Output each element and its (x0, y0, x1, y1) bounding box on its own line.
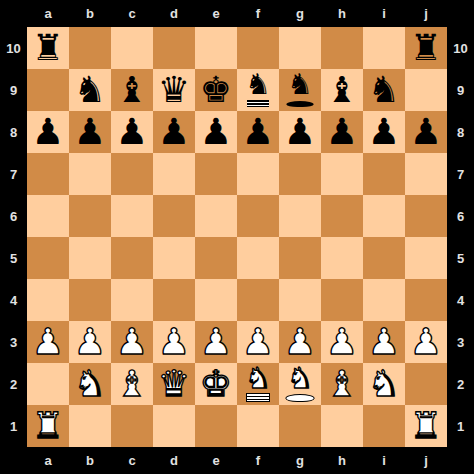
square-b10[interactable] (69, 27, 111, 69)
piece-white-pawn-e3[interactable]: ♟ (195, 321, 237, 363)
square-d5[interactable] (153, 237, 195, 279)
piece-black-cardinal-g9[interactable]: ♞ (279, 69, 321, 111)
file-label-i: i (363, 447, 405, 474)
marshal-glyph: ♞ (245, 70, 271, 99)
square-c8[interactable]: ♟ (111, 111, 153, 153)
square-f6[interactable] (237, 195, 279, 237)
file-label-j: j (405, 447, 447, 474)
square-i5[interactable] (363, 237, 405, 279)
square-a3[interactable]: ♟ (27, 321, 69, 363)
piece-black-knight-i9[interactable]: ♞ (363, 69, 405, 111)
square-g6[interactable] (279, 195, 321, 237)
rank-label-2: 2 (447, 363, 474, 405)
square-f3[interactable]: ♟ (237, 321, 279, 363)
square-g1[interactable] (279, 405, 321, 447)
square-g4[interactable] (279, 279, 321, 321)
square-d7[interactable] (153, 153, 195, 195)
pawn-glyph: ♟ (158, 111, 190, 153)
piece-black-knight-b9[interactable]: ♞ (69, 69, 111, 111)
king-glyph: ♚ (200, 69, 232, 111)
cardinal-glyph: ♞ (287, 364, 313, 393)
piece-black-pawn-d8[interactable]: ♟ (153, 111, 195, 153)
pawn-glyph: ♟ (242, 111, 274, 153)
square-j4[interactable] (405, 279, 447, 321)
square-j3[interactable]: ♟ (405, 321, 447, 363)
pawn-glyph: ♟ (116, 111, 148, 153)
square-b6[interactable] (69, 195, 111, 237)
square-c10[interactable] (111, 27, 153, 69)
pawn-glyph: ♟ (74, 111, 106, 153)
square-j10[interactable]: ♜ (405, 27, 447, 69)
file-label-c: c (111, 0, 153, 27)
piece-black-rook-j10[interactable]: ♜ (405, 27, 447, 69)
file-label-d: d (153, 447, 195, 474)
piece-white-bishop-h2[interactable]: ♝ (321, 363, 363, 405)
chessboard-frame: abcdefghij abcdefghij 10987654321 109876… (0, 0, 474, 474)
king-glyph: ♚ (200, 363, 232, 405)
square-e10[interactable] (195, 27, 237, 69)
square-f5[interactable] (237, 237, 279, 279)
piece-black-pawn-f8[interactable]: ♟ (237, 111, 279, 153)
piece-black-pawn-h8[interactable]: ♟ (321, 111, 363, 153)
square-j2[interactable] (405, 363, 447, 405)
rank-label-4: 4 (0, 279, 27, 321)
square-a6[interactable] (27, 195, 69, 237)
square-c2[interactable]: ♝ (111, 363, 153, 405)
square-h6[interactable] (321, 195, 363, 237)
square-d9[interactable]: ♛ (153, 69, 195, 111)
pawn-glyph: ♟ (116, 321, 148, 363)
file-label-f: f (237, 0, 279, 27)
piece-white-pawn-g3[interactable]: ♟ (279, 321, 321, 363)
square-d2[interactable]: ♛ (153, 363, 195, 405)
file-label-b: b (69, 0, 111, 27)
square-c4[interactable] (111, 279, 153, 321)
square-a4[interactable] (27, 279, 69, 321)
piece-white-knight-b2[interactable]: ♞ (69, 363, 111, 405)
square-f8[interactable]: ♟ (237, 111, 279, 153)
piece-black-bishop-h9[interactable]: ♝ (321, 69, 363, 111)
rank-label-6: 6 (447, 195, 474, 237)
rank-label-8: 8 (0, 111, 27, 153)
piece-black-marshal-f9[interactable]: ♞ (237, 69, 279, 111)
piece-black-bishop-c9[interactable]: ♝ (111, 69, 153, 111)
rook-glyph: ♜ (32, 27, 64, 69)
square-h3[interactable]: ♟ (321, 321, 363, 363)
rank-label-1: 1 (447, 405, 474, 447)
square-g2[interactable]: ♞ (279, 363, 321, 405)
square-e5[interactable] (195, 237, 237, 279)
square-e2[interactable]: ♚ (195, 363, 237, 405)
piece-black-king-e9[interactable]: ♚ (195, 69, 237, 111)
square-c7[interactable] (111, 153, 153, 195)
piece-white-cardinal-g2[interactable]: ♞ (279, 363, 321, 405)
rook-glyph: ♜ (32, 405, 64, 447)
file-labels-top: abcdefghij (27, 0, 447, 27)
square-c6[interactable] (111, 195, 153, 237)
square-a8[interactable]: ♟ (27, 111, 69, 153)
square-b8[interactable]: ♟ (69, 111, 111, 153)
square-f9[interactable]: ♞ (237, 69, 279, 111)
piece-white-king-e2[interactable]: ♚ (195, 363, 237, 405)
square-h1[interactable] (321, 405, 363, 447)
rank-label-10: 10 (447, 27, 474, 69)
square-j5[interactable] (405, 237, 447, 279)
square-c9[interactable]: ♝ (111, 69, 153, 111)
cardinal-base (287, 101, 314, 107)
piece-black-pawn-c8[interactable]: ♟ (111, 111, 153, 153)
piece-white-pawn-a3[interactable]: ♟ (27, 321, 69, 363)
queen-glyph: ♛ (158, 363, 190, 405)
square-e7[interactable] (195, 153, 237, 195)
square-b5[interactable] (69, 237, 111, 279)
square-i9[interactable]: ♞ (363, 69, 405, 111)
rank-label-1: 1 (0, 405, 27, 447)
piece-black-pawn-a8[interactable]: ♟ (27, 111, 69, 153)
piece-white-rook-a1[interactable]: ♜ (27, 405, 69, 447)
square-i1[interactable] (363, 405, 405, 447)
square-a10[interactable]: ♜ (27, 27, 69, 69)
bishop-glyph: ♝ (116, 69, 148, 111)
square-e3[interactable]: ♟ (195, 321, 237, 363)
piece-white-pawn-b3[interactable]: ♟ (69, 321, 111, 363)
square-d8[interactable]: ♟ (153, 111, 195, 153)
square-g10[interactable] (279, 27, 321, 69)
pawn-glyph: ♟ (368, 321, 400, 363)
pawn-glyph: ♟ (200, 111, 232, 153)
file-label-h: h (321, 447, 363, 474)
file-label-c: c (111, 447, 153, 474)
rank-label-4: 4 (447, 279, 474, 321)
piece-black-pawn-i8[interactable]: ♟ (363, 111, 405, 153)
marshal-base (247, 394, 269, 401)
square-b9[interactable]: ♞ (69, 69, 111, 111)
square-g9[interactable]: ♞ (279, 69, 321, 111)
square-j6[interactable] (405, 195, 447, 237)
rank-label-6: 6 (0, 195, 27, 237)
file-label-e: e (195, 447, 237, 474)
pawn-glyph: ♟ (326, 321, 358, 363)
rank-label-9: 9 (447, 69, 474, 111)
piece-black-pawn-e8[interactable]: ♟ (195, 111, 237, 153)
square-f7[interactable] (237, 153, 279, 195)
square-j8[interactable]: ♟ (405, 111, 447, 153)
square-b4[interactable] (69, 279, 111, 321)
square-e9[interactable]: ♚ (195, 69, 237, 111)
square-a2[interactable] (27, 363, 69, 405)
square-b7[interactable] (69, 153, 111, 195)
rank-labels-left: 10987654321 (0, 27, 27, 447)
board-grid: ♜♜♞♝♛♚♞♞♝♞♟♟♟♟♟♟♟♟♟♟♟♟♟♟♟♟♟♟♟♟♞♝♛♚♞♞♝♞♜♜ (27, 27, 447, 447)
square-d1[interactable] (153, 405, 195, 447)
piece-black-queen-d9[interactable]: ♛ (153, 69, 195, 111)
file-label-a: a (27, 0, 69, 27)
square-h5[interactable] (321, 237, 363, 279)
square-g3[interactable]: ♟ (279, 321, 321, 363)
square-g7[interactable] (279, 153, 321, 195)
cardinal-base (287, 395, 314, 401)
piece-white-pawn-c3[interactable]: ♟ (111, 321, 153, 363)
pawn-glyph: ♟ (284, 111, 316, 153)
square-d4[interactable] (153, 279, 195, 321)
pawn-glyph: ♟ (326, 111, 358, 153)
pawn-glyph: ♟ (74, 321, 106, 363)
pawn-glyph: ♟ (32, 321, 64, 363)
square-b3[interactable]: ♟ (69, 321, 111, 363)
square-e8[interactable]: ♟ (195, 111, 237, 153)
square-i7[interactable] (363, 153, 405, 195)
square-j1[interactable]: ♜ (405, 405, 447, 447)
file-label-j: j (405, 0, 447, 27)
square-i3[interactable]: ♟ (363, 321, 405, 363)
pawn-glyph: ♟ (158, 321, 190, 363)
square-h9[interactable]: ♝ (321, 69, 363, 111)
pawn-glyph: ♟ (410, 111, 442, 153)
knight-glyph: ♞ (368, 69, 400, 111)
square-f1[interactable] (237, 405, 279, 447)
rank-label-8: 8 (447, 111, 474, 153)
square-b1[interactable] (69, 405, 111, 447)
square-i4[interactable] (363, 279, 405, 321)
square-d6[interactable] (153, 195, 195, 237)
knight-glyph: ♞ (74, 363, 106, 405)
square-g5[interactable] (279, 237, 321, 279)
square-e4[interactable] (195, 279, 237, 321)
square-c3[interactable]: ♟ (111, 321, 153, 363)
queen-glyph: ♛ (158, 69, 190, 111)
cardinal-glyph: ♞ (287, 70, 313, 99)
square-f10[interactable] (237, 27, 279, 69)
square-j9[interactable] (405, 69, 447, 111)
pawn-glyph: ♟ (410, 321, 442, 363)
piece-white-pawn-h3[interactable]: ♟ (321, 321, 363, 363)
piece-white-bishop-c2[interactable]: ♝ (111, 363, 153, 405)
rank-label-2: 2 (0, 363, 27, 405)
pawn-glyph: ♟ (32, 111, 64, 153)
pawn-glyph: ♟ (200, 321, 232, 363)
rank-label-3: 3 (0, 321, 27, 363)
rank-label-7: 7 (447, 153, 474, 195)
bishop-glyph: ♝ (326, 363, 358, 405)
square-h10[interactable] (321, 27, 363, 69)
file-label-d: d (153, 0, 195, 27)
piece-white-queen-d2[interactable]: ♛ (153, 363, 195, 405)
rook-glyph: ♜ (410, 27, 442, 69)
square-a5[interactable] (27, 237, 69, 279)
square-a1[interactable]: ♜ (27, 405, 69, 447)
piece-white-marshal-f2[interactable]: ♞ (237, 363, 279, 405)
piece-white-pawn-f3[interactable]: ♟ (237, 321, 279, 363)
rank-label-5: 5 (0, 237, 27, 279)
square-h7[interactable] (321, 153, 363, 195)
square-i8[interactable]: ♟ (363, 111, 405, 153)
piece-white-rook-j1[interactable]: ♜ (405, 405, 447, 447)
piece-black-rook-a10[interactable]: ♜ (27, 27, 69, 69)
rank-label-7: 7 (0, 153, 27, 195)
piece-black-pawn-g8[interactable]: ♟ (279, 111, 321, 153)
piece-white-pawn-j3[interactable]: ♟ (405, 321, 447, 363)
file-label-g: g (279, 447, 321, 474)
square-f2[interactable]: ♞ (237, 363, 279, 405)
piece-black-pawn-b8[interactable]: ♟ (69, 111, 111, 153)
square-e6[interactable] (195, 195, 237, 237)
marshal-base (247, 100, 269, 107)
file-label-i: i (363, 0, 405, 27)
bishop-glyph: ♝ (116, 363, 148, 405)
rank-labels-right: 10987654321 (447, 27, 474, 447)
square-e1[interactable] (195, 405, 237, 447)
rook-glyph: ♜ (410, 405, 442, 447)
square-j7[interactable] (405, 153, 447, 195)
file-label-e: e (195, 0, 237, 27)
square-d3[interactable]: ♟ (153, 321, 195, 363)
square-a9[interactable] (27, 69, 69, 111)
rank-label-5: 5 (447, 237, 474, 279)
square-i10[interactable] (363, 27, 405, 69)
rank-label-10: 10 (0, 27, 27, 69)
file-label-a: a (27, 447, 69, 474)
square-f4[interactable] (237, 279, 279, 321)
pawn-glyph: ♟ (242, 321, 274, 363)
square-g8[interactable]: ♟ (279, 111, 321, 153)
rank-label-9: 9 (0, 69, 27, 111)
square-a7[interactable] (27, 153, 69, 195)
knight-glyph: ♞ (74, 69, 106, 111)
file-labels-bottom: abcdefghij (27, 447, 447, 474)
square-d10[interactable] (153, 27, 195, 69)
piece-white-pawn-d3[interactable]: ♟ (153, 321, 195, 363)
pawn-glyph: ♟ (284, 321, 316, 363)
rank-label-3: 3 (447, 321, 474, 363)
square-h2[interactable]: ♝ (321, 363, 363, 405)
pawn-glyph: ♟ (368, 111, 400, 153)
square-i6[interactable] (363, 195, 405, 237)
piece-white-knight-i2[interactable]: ♞ (363, 363, 405, 405)
square-h4[interactable] (321, 279, 363, 321)
square-c1[interactable] (111, 405, 153, 447)
square-h8[interactable]: ♟ (321, 111, 363, 153)
bishop-glyph: ♝ (326, 69, 358, 111)
piece-black-pawn-j8[interactable]: ♟ (405, 111, 447, 153)
square-b2[interactable]: ♞ (69, 363, 111, 405)
square-c5[interactable] (111, 237, 153, 279)
file-label-f: f (237, 447, 279, 474)
knight-glyph: ♞ (368, 363, 400, 405)
square-i2[interactable]: ♞ (363, 363, 405, 405)
marshal-glyph: ♞ (245, 364, 271, 393)
file-label-b: b (69, 447, 111, 474)
piece-white-pawn-i3[interactable]: ♟ (363, 321, 405, 363)
file-label-h: h (321, 0, 363, 27)
file-label-g: g (279, 0, 321, 27)
